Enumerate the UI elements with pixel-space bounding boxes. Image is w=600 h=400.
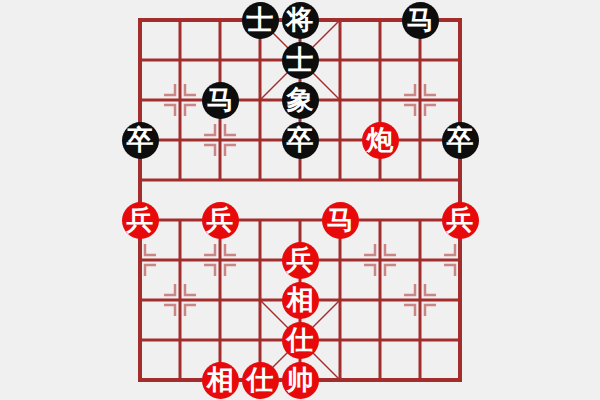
piece-black-soldier[interactable]: 卒 [442, 122, 479, 159]
piece-red-soldier[interactable]: 兵 [282, 242, 319, 279]
piece-black-soldier[interactable]: 卒 [122, 122, 159, 159]
piece-black-horse[interactable]: 马 [402, 2, 439, 39]
piece-black-soldier[interactable]: 卒 [282, 122, 319, 159]
piece-red-advisor[interactable]: 仕 [242, 362, 279, 399]
piece-red-soldier[interactable]: 兵 [122, 202, 159, 239]
piece-red-soldier[interactable]: 兵 [442, 202, 479, 239]
piece-red-cannon[interactable]: 炮 [362, 122, 399, 159]
piece-black-general[interactable]: 将 [282, 2, 319, 39]
piece-red-soldier[interactable]: 兵 [202, 202, 239, 239]
piece-red-advisor[interactable]: 仕 [282, 322, 319, 359]
piece-black-advisor[interactable]: 士 [242, 2, 279, 39]
piece-red-horse[interactable]: 马 [322, 202, 359, 239]
piece-red-elephant[interactable]: 相 [202, 362, 239, 399]
piece-black-horse[interactable]: 马 [202, 82, 239, 119]
piece-red-elephant[interactable]: 相 [282, 282, 319, 319]
xiangqi-app: 士将马士马象卒卒炮卒兵兵马兵兵相仕相仕帅 [0, 0, 600, 400]
xiangqi-board: 士将马士马象卒卒炮卒兵兵马兵兵相仕相仕帅 [120, 0, 480, 400]
piece-black-elephant[interactable]: 象 [282, 82, 319, 119]
piece-black-advisor[interactable]: 士 [282, 42, 319, 79]
piece-red-general[interactable]: 帅 [282, 362, 319, 399]
